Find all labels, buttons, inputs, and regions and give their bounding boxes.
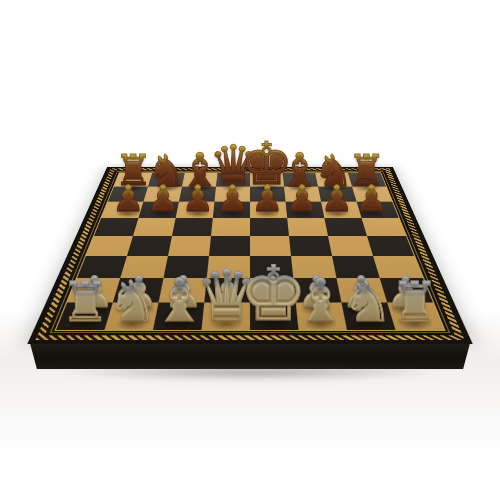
square-a4[interactable] [86, 236, 133, 256]
square-h5[interactable] [362, 218, 406, 236]
piece-black-pawn-a7[interactable]: ♟ [112, 182, 144, 218]
square-b4[interactable] [127, 236, 172, 256]
square-c4[interactable] [168, 236, 211, 256]
square-b5[interactable] [133, 218, 176, 236]
piece-black-pawn-d7[interactable]: ♟ [217, 182, 249, 218]
square-f5[interactable] [287, 218, 328, 236]
piece-white-knight-g1[interactable]: ♞ [342, 274, 393, 331]
piece-black-pawn-b7[interactable]: ♟ [147, 182, 179, 218]
square-a5[interactable] [94, 218, 138, 236]
piece-white-bishop-f1[interactable]: ♝ [294, 271, 347, 331]
piece-black-pawn-f7[interactable]: ♟ [286, 182, 318, 218]
square-g4[interactable] [328, 236, 373, 256]
piece-black-pawn-h7[interactable]: ♟ [356, 182, 388, 218]
photo-backdrop: ♜♞♝♛♚♝♞♜♟♟♟♟♟♟♟♟♟♟♟♟♟♟♟♟♜♞♝♛♚♝♞♜ [0, 0, 500, 500]
piece-white-rook-h1[interactable]: ♜ [390, 275, 439, 330]
board-edge [28, 344, 472, 369]
board-shadow [60, 368, 440, 380]
square-h4[interactable] [367, 236, 414, 256]
piece-white-rook-a1[interactable]: ♜ [61, 275, 110, 330]
piece-black-pawn-g7[interactable]: ♟ [321, 182, 353, 218]
piece-white-knight-b1[interactable]: ♞ [107, 274, 158, 331]
square-e5[interactable] [250, 218, 289, 236]
square-c5[interactable] [172, 218, 213, 236]
square-d5[interactable] [211, 218, 250, 236]
square-g5[interactable] [324, 218, 367, 236]
piece-black-pawn-c7[interactable]: ♟ [182, 182, 214, 218]
piece-black-pawn-e7[interactable]: ♟ [251, 182, 283, 218]
